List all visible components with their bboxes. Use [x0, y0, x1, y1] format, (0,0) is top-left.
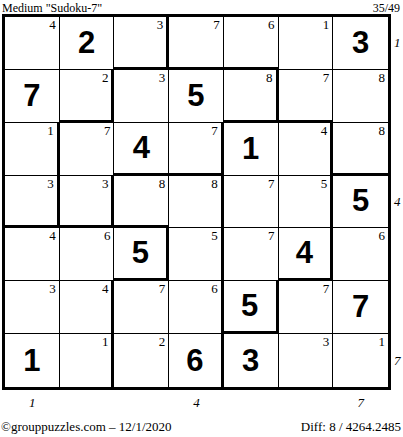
cell-r4c3[interactable]: 8	[114, 176, 169, 229]
cell-r1c6[interactable]: 1	[279, 17, 334, 70]
cell-r1c7[interactable]: 3	[333, 17, 388, 70]
cell-r6c3[interactable]: 7	[114, 281, 169, 334]
cell-r4c2[interactable]: 3	[60, 176, 115, 229]
cell-r7c6[interactable]: 3	[279, 334, 334, 387]
big-digit: 5	[224, 281, 276, 331]
small-mark: 7	[268, 228, 275, 244]
small-mark: 4	[321, 123, 328, 139]
col-label-4: 4	[193, 395, 200, 411]
cell-r4c5[interactable]: 7	[224, 176, 279, 229]
small-mark: 3	[159, 70, 166, 86]
small-mark: 8	[379, 70, 386, 86]
small-mark: 5	[211, 228, 218, 244]
small-mark: 3	[157, 17, 164, 33]
row-label-1: 1	[394, 35, 403, 51]
big-digit: 1	[224, 123, 278, 175]
cell-r7c4[interactable]: 6	[169, 334, 224, 387]
big-digit: 4	[114, 123, 168, 173]
row-label-7: 7	[394, 353, 403, 369]
cell-r6c1[interactable]: 3	[5, 281, 60, 334]
small-mark: 3	[49, 281, 56, 297]
cell-r2c4[interactable]: 5	[169, 70, 224, 123]
cell-r4c6[interactable]: 5	[279, 176, 334, 229]
cell-r3c7[interactable]: 8	[333, 123, 388, 176]
cell-r5c1[interactable]: 4	[5, 228, 60, 281]
small-mark: 8	[266, 70, 273, 86]
small-mark: 4	[102, 281, 109, 297]
cell-r1c5[interactable]: 6	[224, 17, 279, 70]
cell-r6c2[interactable]: 4	[60, 281, 115, 334]
small-mark: 7	[213, 17, 220, 33]
small-mark: 6	[104, 228, 111, 244]
cell-r3c6[interactable]: 4	[279, 123, 334, 176]
big-digit: 5	[333, 176, 388, 228]
small-mark: 7	[323, 281, 330, 297]
cell-r1c1[interactable]: 4	[5, 17, 60, 70]
small-mark: 6	[379, 228, 386, 244]
cell-r5c4[interactable]: 5	[169, 228, 224, 281]
small-mark: 2	[102, 70, 109, 86]
small-mark: 7	[211, 123, 218, 139]
small-mark: 5	[321, 176, 328, 192]
cell-r1c4[interactable]: 7	[169, 17, 224, 70]
cell-r3c3[interactable]: 4	[114, 123, 169, 176]
cell-r2c6[interactable]: 7	[279, 70, 334, 123]
cell-r6c7[interactable]: 7	[333, 281, 388, 334]
cell-r5c2[interactable]: 6	[60, 228, 115, 281]
copyright-text: ©grouppuzzles.com – 12/1/2020	[1, 419, 172, 435]
small-mark: 7	[323, 70, 330, 86]
small-mark: 7	[268, 176, 275, 192]
sudoku-board: 4237613723587817471483388755465574634765…	[2, 14, 391, 390]
cell-r4c1[interactable]: 3	[5, 176, 60, 229]
big-digit: 6	[169, 334, 221, 387]
cell-r5c7[interactable]: 6	[333, 228, 388, 281]
small-mark: 6	[268, 17, 275, 33]
big-digit: 3	[224, 334, 278, 387]
small-mark: 1	[47, 123, 54, 139]
cell-r5c5[interactable]: 7	[224, 228, 279, 281]
small-mark: 4	[49, 228, 56, 244]
small-mark: 7	[159, 281, 166, 297]
small-mark: 3	[323, 334, 330, 350]
small-mark: 1	[323, 17, 330, 33]
difficulty-text: Diff: 8 / 4264.2485	[301, 419, 401, 435]
small-mark: 2	[159, 334, 166, 350]
big-digit: 5	[169, 70, 223, 122]
small-mark: 6	[211, 281, 218, 297]
cell-r6c5[interactable]: 5	[224, 281, 279, 334]
big-digit: 2	[60, 17, 114, 69]
cell-r2c1[interactable]: 7	[5, 70, 60, 123]
cell-r6c4[interactable]: 6	[169, 281, 224, 334]
cell-r2c2[interactable]: 2	[60, 70, 115, 123]
cell-r7c1[interactable]: 1	[5, 334, 60, 387]
col-label-1: 1	[29, 395, 36, 411]
big-digit: 1	[5, 334, 59, 387]
big-digit: 5	[114, 228, 166, 278]
cell-r4c4[interactable]: 8	[169, 176, 224, 229]
small-mark: 4	[49, 17, 56, 33]
small-mark: 1	[102, 334, 109, 350]
cell-r6c6[interactable]: 7	[279, 281, 334, 334]
cell-r5c3[interactable]: 5	[114, 228, 169, 281]
cell-r2c7[interactable]: 8	[333, 70, 388, 123]
cell-r1c2[interactable]: 2	[60, 17, 115, 70]
cell-r2c5[interactable]: 8	[224, 70, 279, 123]
col-label-7: 7	[357, 395, 364, 411]
small-mark: 3	[47, 176, 54, 192]
cell-r4c7[interactable]: 5	[333, 176, 388, 229]
big-digit: 7	[5, 70, 59, 122]
cell-r3c5[interactable]: 1	[224, 123, 279, 176]
small-mark: 1	[379, 334, 386, 350]
cell-r7c3[interactable]: 2	[114, 334, 169, 387]
small-mark: 8	[159, 176, 166, 192]
small-mark: 7	[104, 123, 111, 139]
big-digit: 7	[333, 281, 388, 333]
cell-r7c5[interactable]: 3	[224, 334, 279, 387]
cell-r7c2[interactable]: 1	[60, 334, 115, 387]
cell-r3c2[interactable]: 7	[60, 123, 115, 176]
cell-r5c6[interactable]: 4	[279, 228, 334, 281]
small-mark: 8	[379, 123, 386, 139]
cell-r7c7[interactable]: 1	[333, 334, 388, 387]
small-mark: 8	[211, 176, 218, 192]
row-label-4: 4	[394, 194, 403, 210]
cell-r2c3[interactable]: 3	[114, 70, 169, 123]
cell-r3c4[interactable]: 7	[169, 123, 224, 176]
cell-r3c1[interactable]: 1	[5, 123, 60, 176]
big-digit: 4	[279, 228, 331, 278]
big-digit: 3	[333, 17, 388, 69]
small-mark: 3	[102, 176, 109, 192]
cell-r1c3[interactable]: 3	[114, 17, 169, 70]
